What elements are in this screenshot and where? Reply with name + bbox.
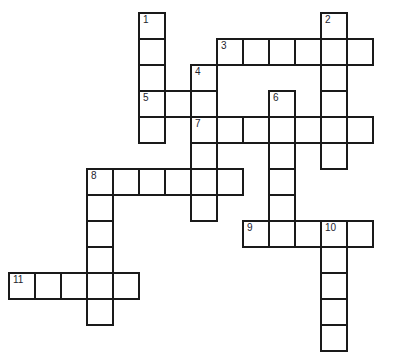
clue-number: 9: [247, 222, 253, 234]
crossword-cell-r0c5[interactable]: 1: [138, 12, 166, 40]
clue-number: 7: [195, 118, 201, 130]
crossword-cell-r3c7[interactable]: [190, 90, 218, 118]
crossword-board: 1234567891011: [0, 0, 414, 360]
crossword-cell-r1c9[interactable]: [242, 38, 270, 66]
crossword-cell-r10c12[interactable]: [320, 272, 348, 300]
clue-number: 11: [13, 274, 23, 286]
crossword-cell-r8c3[interactable]: [86, 220, 114, 248]
crossword-cell-r11c12[interactable]: [320, 298, 348, 326]
crossword-cell-r9c12[interactable]: [320, 246, 348, 274]
crossword-cell-r1c8[interactable]: 3: [216, 38, 244, 66]
crossword-cell-r2c7[interactable]: 4: [190, 64, 218, 92]
crossword-cell-r7c10[interactable]: [268, 194, 296, 222]
crossword-cell-r1c10[interactable]: [268, 38, 296, 66]
clue-number: 6: [273, 92, 279, 104]
crossword-cell-r4c9[interactable]: [242, 116, 270, 144]
crossword-cell-r5c10[interactable]: [268, 142, 296, 170]
crossword-cell-r7c3[interactable]: [86, 194, 114, 222]
crossword-cell-r5c7[interactable]: [190, 142, 218, 170]
crossword-cell-r7c7[interactable]: [190, 194, 218, 222]
crossword-cell-r1c12[interactable]: [320, 38, 348, 66]
crossword-cell-r6c7[interactable]: [190, 168, 218, 196]
crossword-page: 1234567891011: [0, 0, 414, 360]
crossword-cell-r6c8[interactable]: [216, 168, 244, 196]
crossword-cell-r4c7[interactable]: 7: [190, 116, 218, 144]
crossword-cell-r8c13[interactable]: [346, 220, 374, 248]
crossword-cell-r6c3[interactable]: 8: [86, 168, 114, 196]
crossword-cell-r10c3[interactable]: [86, 272, 114, 300]
clue-number: 4: [195, 66, 201, 78]
crossword-cell-r8c12[interactable]: 10: [320, 220, 348, 248]
crossword-cell-r9c3[interactable]: [86, 246, 114, 274]
crossword-cell-r8c9[interactable]: 9: [242, 220, 270, 248]
crossword-cell-r1c5[interactable]: [138, 38, 166, 66]
crossword-cell-r5c12[interactable]: [320, 142, 348, 170]
crossword-cell-r12c12[interactable]: [320, 324, 348, 352]
crossword-cell-r4c13[interactable]: [346, 116, 374, 144]
clue-number: 3: [221, 40, 227, 52]
crossword-cell-r8c10[interactable]: [268, 220, 296, 248]
crossword-cell-r6c4[interactable]: [112, 168, 140, 196]
clue-number: 5: [143, 92, 149, 104]
crossword-cell-r10c0[interactable]: 11: [8, 272, 36, 300]
clue-number: 8: [91, 170, 97, 182]
crossword-cell-r2c12[interactable]: [320, 64, 348, 92]
crossword-cell-r6c5[interactable]: [138, 168, 166, 196]
crossword-cell-r3c6[interactable]: [164, 90, 192, 118]
crossword-cell-r6c6[interactable]: [164, 168, 192, 196]
crossword-cell-r4c8[interactable]: [216, 116, 244, 144]
crossword-cell-r3c10[interactable]: 6: [268, 90, 296, 118]
crossword-cell-r6c10[interactable]: [268, 168, 296, 196]
crossword-cell-r10c1[interactable]: [34, 272, 62, 300]
crossword-cell-r2c5[interactable]: [138, 64, 166, 92]
crossword-cell-r3c12[interactable]: [320, 90, 348, 118]
crossword-cell-r4c11[interactable]: [294, 116, 322, 144]
crossword-cell-r4c5[interactable]: [138, 116, 166, 144]
crossword-cell-r10c2[interactable]: [60, 272, 88, 300]
crossword-cell-r1c13[interactable]: [346, 38, 374, 66]
crossword-cell-r8c11[interactable]: [294, 220, 322, 248]
clue-number: 10: [325, 222, 336, 234]
crossword-cell-r3c5[interactable]: 5: [138, 90, 166, 118]
clue-number: 2: [325, 14, 331, 26]
crossword-cell-r11c3[interactable]: [86, 298, 114, 326]
crossword-cell-r4c12[interactable]: [320, 116, 348, 144]
crossword-cell-r4c10[interactable]: [268, 116, 296, 144]
crossword-cell-r0c12[interactable]: 2: [320, 12, 348, 40]
clue-number: 1: [143, 14, 149, 26]
crossword-cell-r10c4[interactable]: [112, 272, 140, 300]
crossword-cell-r1c11[interactable]: [294, 38, 322, 66]
